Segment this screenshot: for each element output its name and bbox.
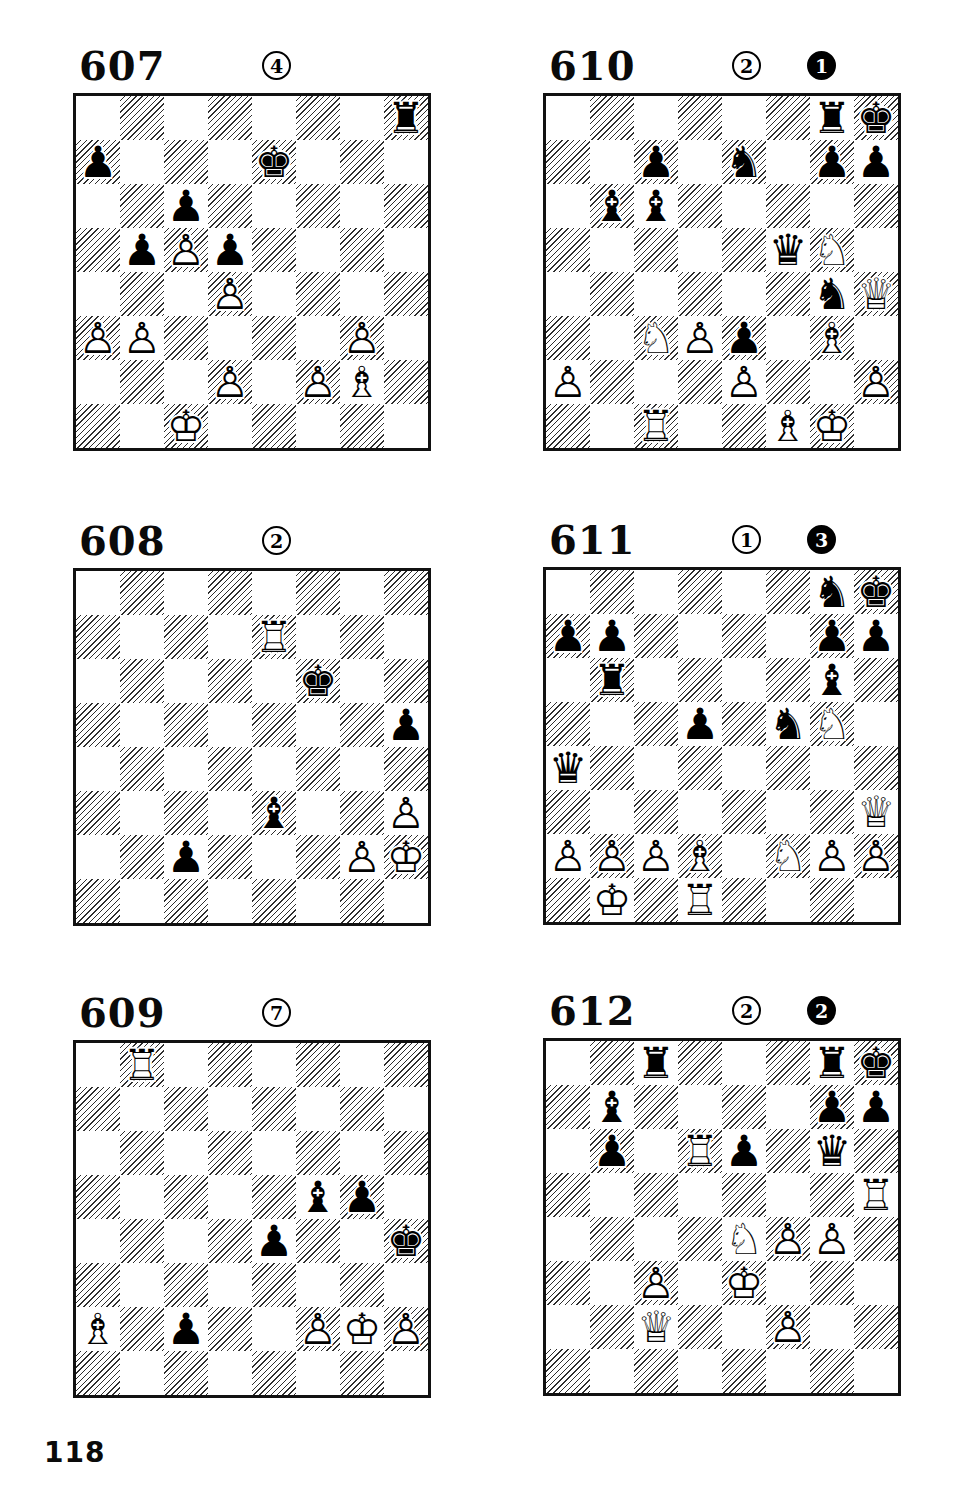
square-f2 [296, 835, 340, 879]
square-g6: ♝♝ [810, 658, 854, 702]
square-a4 [76, 747, 120, 791]
square-c1: ♜♖ [634, 404, 678, 448]
square-f7 [296, 140, 340, 184]
square-e6 [252, 184, 296, 228]
page-number: 118 [44, 1436, 105, 1469]
square-b2 [120, 360, 164, 404]
square-e7: ♜♖ [252, 615, 296, 659]
black-pawn: ♟♟ [76, 139, 120, 184]
square-g2: ♟♙ [340, 835, 384, 879]
puzzle-number: 607 [79, 42, 166, 89]
square-b8 [120, 96, 164, 140]
black-king: ♚♚ [252, 139, 296, 184]
square-b3: ♟♙ [120, 316, 164, 360]
square-c3 [164, 1263, 208, 1307]
black-bishop: ♝♝ [296, 1174, 340, 1219]
square-a1 [546, 404, 590, 448]
square-d2 [678, 360, 722, 404]
square-a4 [546, 272, 590, 316]
square-a1 [76, 404, 120, 448]
square-e4: ♟♟ [252, 1219, 296, 1263]
square-e2 [252, 1307, 296, 1351]
square-a5 [76, 703, 120, 747]
square-e7 [722, 1085, 766, 1129]
square-b3 [120, 791, 164, 835]
square-h7 [384, 615, 428, 659]
square-g2: ♟♙ [810, 834, 854, 878]
square-c3 [164, 791, 208, 835]
black-bishop: ♝♝ [590, 1084, 634, 1129]
square-b7 [120, 140, 164, 184]
square-g5: ♟♟ [340, 1175, 384, 1219]
square-e6 [722, 184, 766, 228]
square-b2 [120, 1307, 164, 1351]
square-b8: ♜♖ [120, 1043, 164, 1087]
square-a5 [76, 1175, 120, 1219]
square-c1: ♚♔ [164, 404, 208, 448]
square-d8 [678, 96, 722, 140]
square-c5: ♟♙ [164, 228, 208, 272]
square-g8 [340, 571, 384, 615]
square-d1 [208, 879, 252, 923]
square-h6 [384, 184, 428, 228]
square-c7 [164, 1087, 208, 1131]
square-a6 [546, 184, 590, 228]
white-pawn: ♟♙ [810, 833, 854, 878]
black-rook: ♜♜ [810, 95, 854, 140]
square-e3 [252, 316, 296, 360]
annotation-circle-outline: 2 [732, 996, 761, 1025]
black-queen: ♛♛ [546, 745, 590, 790]
puzzle-610: 610 21 ♜♜♚♚♟♟♞♞♟♟♟♟♝♝♝♝♛♛♞♘♞♞♛♕♞♘♟♙♟♟♝♗♟… [543, 48, 901, 451]
square-h5: ♜♖ [854, 1173, 898, 1217]
square-d8 [208, 571, 252, 615]
square-h1 [384, 879, 428, 923]
square-h7 [384, 140, 428, 184]
black-pawn: ♟♟ [854, 1084, 898, 1129]
square-d4 [678, 746, 722, 790]
white-knight: ♞♘ [634, 315, 678, 360]
square-f1 [296, 1351, 340, 1395]
square-d6 [208, 659, 252, 703]
square-h8 [384, 571, 428, 615]
square-c2: ♟♟ [164, 835, 208, 879]
square-b8 [120, 571, 164, 615]
square-c3: ♞♘ [634, 316, 678, 360]
annotation-circle-outline: 4 [262, 51, 291, 80]
square-h8: ♜♜ [384, 96, 428, 140]
square-b1 [120, 1351, 164, 1395]
square-c4 [164, 1219, 208, 1263]
square-g7 [340, 140, 384, 184]
square-g3 [340, 791, 384, 835]
square-b3 [590, 790, 634, 834]
square-g5 [810, 1173, 854, 1217]
square-b6: ♝♝ [590, 184, 634, 228]
white-bishop: ♝♗ [340, 359, 384, 404]
black-pawn: ♟♟ [164, 834, 208, 879]
square-b7 [120, 1087, 164, 1131]
square-h5 [854, 702, 898, 746]
square-e7 [252, 1087, 296, 1131]
square-c3 [164, 316, 208, 360]
square-c7 [164, 140, 208, 184]
square-h4 [854, 1217, 898, 1261]
square-e3: ♚♔ [722, 1261, 766, 1305]
puzzle-607-header: 607 4 [73, 48, 431, 93]
square-d7 [678, 614, 722, 658]
square-h6 [854, 184, 898, 228]
annotation-circle-filled: 2 [807, 996, 836, 1025]
square-h7 [384, 1087, 428, 1131]
square-e5 [252, 1175, 296, 1219]
white-king: ♚♔ [722, 1260, 766, 1305]
square-g4 [810, 746, 854, 790]
square-g1 [340, 879, 384, 923]
square-b6 [120, 659, 164, 703]
square-h1 [854, 1349, 898, 1393]
square-e3: ♝♝ [252, 791, 296, 835]
square-h3 [854, 1261, 898, 1305]
square-f5: ♛♛ [766, 228, 810, 272]
square-d8 [678, 1041, 722, 1085]
chess-board-610: ♜♜♚♚♟♟♞♞♟♟♟♟♝♝♝♝♛♛♞♘♞♞♛♕♞♘♟♙♟♟♝♗♟♙♟♙♟♙♜♖… [543, 93, 901, 451]
white-pawn: ♟♙ [854, 359, 898, 404]
black-knight: ♞♞ [766, 701, 810, 746]
square-b3 [590, 1261, 634, 1305]
black-pawn: ♟♟ [854, 139, 898, 184]
square-f6: ♚♚ [296, 659, 340, 703]
square-b2: ♟♙ [590, 834, 634, 878]
square-f6 [296, 184, 340, 228]
square-f6 [296, 1131, 340, 1175]
square-h6 [854, 1129, 898, 1173]
white-pawn: ♟♙ [208, 359, 252, 404]
chess-board-607: ♜♜♟♟♚♚♟♟♟♟♟♙♟♟♟♙♟♙♟♙♟♙♟♙♟♙♝♗♚♔ [73, 93, 431, 451]
square-a6 [76, 1131, 120, 1175]
square-a2 [76, 360, 120, 404]
square-a3 [546, 1261, 590, 1305]
square-d5 [678, 1173, 722, 1217]
square-d7 [208, 140, 252, 184]
black-pawn: ♟♟ [678, 701, 722, 746]
square-a7 [76, 1087, 120, 1131]
square-f3 [766, 316, 810, 360]
square-f8 [766, 1041, 810, 1085]
square-g1 [340, 404, 384, 448]
square-g8 [340, 1043, 384, 1087]
black-queen: ♛♛ [766, 227, 810, 272]
square-d3 [208, 316, 252, 360]
white-pawn: ♟♙ [766, 1216, 810, 1261]
square-g5 [340, 703, 384, 747]
square-d1: ♜♖ [678, 878, 722, 922]
square-a3 [546, 316, 590, 360]
square-h4: ♚♚ [384, 1219, 428, 1263]
puzzle-612-header: 612 22 [543, 993, 901, 1038]
square-a2 [76, 835, 120, 879]
square-h1 [854, 404, 898, 448]
square-g6: ♛♛ [810, 1129, 854, 1173]
square-d3 [208, 791, 252, 835]
square-g7: ♟♟ [810, 1085, 854, 1129]
square-g3 [810, 790, 854, 834]
square-h8: ♚♚ [854, 1041, 898, 1085]
square-a6 [76, 184, 120, 228]
black-queen: ♛♛ [810, 1128, 854, 1173]
square-f3 [766, 790, 810, 834]
chess-board-612: ♜♜♜♜♚♚♝♝♟♟♟♟♟♟♜♖♟♟♛♛♜♖♞♘♟♙♟♙♟♙♚♔♛♕♟♙ [543, 1038, 901, 1396]
puzzle-612: 612 22 ♜♜♜♜♚♚♝♝♟♟♟♟♟♟♜♖♟♟♛♛♜♖♞♘♟♙♟♙♟♙♚♔♛… [543, 993, 901, 1396]
square-d4 [678, 272, 722, 316]
square-f6 [766, 1129, 810, 1173]
square-c5 [634, 1173, 678, 1217]
puzzle-611: 611 13 ♞♞♚♚♟♟♟♟♟♟♟♟♜♜♝♝♟♟♞♞♞♘♛♛♛♕♟♙♟♙♟♙♝… [543, 522, 901, 925]
square-h4 [854, 746, 898, 790]
square-f4 [766, 272, 810, 316]
square-g4: ♟♙ [810, 1217, 854, 1261]
square-g5 [340, 228, 384, 272]
black-rook: ♜♜ [384, 95, 428, 140]
square-f7 [766, 1085, 810, 1129]
square-f3 [296, 316, 340, 360]
square-f1 [296, 404, 340, 448]
square-d5 [208, 1175, 252, 1219]
black-king: ♚♚ [854, 1040, 898, 1085]
square-c1 [164, 1351, 208, 1395]
chess-board-608: ♜♖♚♚♟♟♝♝♟♙♟♟♟♙♚♔ [73, 568, 431, 926]
square-e1 [722, 404, 766, 448]
square-f5 [296, 703, 340, 747]
square-h8 [384, 1043, 428, 1087]
square-a7: ♟♟ [76, 140, 120, 184]
square-c8 [634, 96, 678, 140]
white-knight: ♞♘ [766, 833, 810, 878]
square-d6 [208, 184, 252, 228]
white-pawn: ♟♙ [340, 834, 384, 879]
square-f7 [296, 615, 340, 659]
square-a3 [76, 791, 120, 835]
square-e7 [722, 614, 766, 658]
white-king: ♚♔ [164, 403, 208, 448]
white-bishop: ♝♗ [678, 833, 722, 878]
square-c2: ♛♕ [634, 1305, 678, 1349]
square-c4 [634, 746, 678, 790]
square-g2 [810, 1305, 854, 1349]
square-d3 [208, 1263, 252, 1307]
square-c2 [634, 360, 678, 404]
square-a7 [546, 140, 590, 184]
square-f3 [766, 1261, 810, 1305]
square-g7: ♟♟ [810, 614, 854, 658]
square-h2: ♚♔ [384, 835, 428, 879]
white-bishop: ♝♗ [810, 315, 854, 360]
white-knight: ♞♘ [810, 701, 854, 746]
square-d3: ♟♙ [678, 316, 722, 360]
white-pawn: ♟♙ [120, 315, 164, 360]
square-g8: ♜♜ [810, 1041, 854, 1085]
square-a8 [76, 1043, 120, 1087]
square-g5: ♞♘ [810, 228, 854, 272]
square-a6 [76, 659, 120, 703]
black-knight: ♞♞ [810, 569, 854, 614]
square-b6: ♟♟ [590, 1129, 634, 1173]
annotation-circle-filled: 1 [807, 51, 836, 80]
square-f4 [296, 747, 340, 791]
square-a6 [546, 658, 590, 702]
square-e1 [722, 1349, 766, 1393]
square-h2: ♟♙ [854, 360, 898, 404]
square-g4 [340, 272, 384, 316]
square-f5: ♝♝ [296, 1175, 340, 1219]
white-king: ♚♔ [590, 877, 634, 922]
square-c1 [634, 1349, 678, 1393]
square-f2: ♞♘ [766, 834, 810, 878]
white-rook: ♜♖ [634, 403, 678, 448]
square-a8 [546, 570, 590, 614]
square-b3 [120, 1263, 164, 1307]
black-pawn: ♟♟ [120, 227, 164, 272]
white-knight: ♞♘ [810, 227, 854, 272]
black-pawn: ♟♟ [590, 1128, 634, 1173]
square-d4: ♟♙ [208, 272, 252, 316]
square-a4 [546, 1217, 590, 1261]
square-a4 [76, 1219, 120, 1263]
square-d2: ♝♗ [678, 834, 722, 878]
square-b4 [120, 272, 164, 316]
square-b2 [120, 835, 164, 879]
square-d1 [678, 1349, 722, 1393]
square-b2 [590, 360, 634, 404]
white-rook: ♜♖ [678, 877, 722, 922]
square-a8 [546, 1041, 590, 1085]
square-b6 [120, 1131, 164, 1175]
square-e5 [722, 702, 766, 746]
square-f5 [296, 228, 340, 272]
square-h1 [384, 1351, 428, 1395]
square-g4: ♞♞ [810, 272, 854, 316]
square-b4 [590, 272, 634, 316]
square-b4 [120, 747, 164, 791]
square-d1 [208, 404, 252, 448]
square-c5 [634, 228, 678, 272]
black-king: ♚♚ [296, 658, 340, 703]
square-f2: ♟♙ [766, 1305, 810, 1349]
black-pawn: ♟♟ [252, 1218, 296, 1263]
square-d8 [678, 570, 722, 614]
square-e2 [252, 835, 296, 879]
square-a4: ♛♛ [546, 746, 590, 790]
puzzle-number: 608 [79, 517, 166, 564]
square-h3 [384, 316, 428, 360]
square-c1 [634, 878, 678, 922]
square-f6 [766, 658, 810, 702]
square-c2: ♟♟ [164, 1307, 208, 1351]
black-king: ♚♚ [384, 1218, 428, 1263]
square-d2 [678, 1305, 722, 1349]
square-f3 [296, 1263, 340, 1307]
puzzle-number: 609 [79, 989, 166, 1036]
square-d4 [208, 747, 252, 791]
square-a2: ♟♙ [546, 834, 590, 878]
square-f1 [296, 879, 340, 923]
square-b5: ♟♟ [120, 228, 164, 272]
square-f7 [766, 614, 810, 658]
square-e6 [252, 659, 296, 703]
square-d2: ♟♙ [208, 360, 252, 404]
chess-board-611: ♞♞♚♚♟♟♟♟♟♟♟♟♜♜♝♝♟♟♞♞♞♘♛♛♛♕♟♙♟♙♟♙♝♗♞♘♟♙♟♙… [543, 567, 901, 925]
square-c8: ♜♜ [634, 1041, 678, 1085]
square-h6 [384, 1131, 428, 1175]
square-h2: ♟♙ [384, 1307, 428, 1351]
white-pawn: ♟♙ [766, 1304, 810, 1349]
black-knight: ♞♞ [810, 271, 854, 316]
white-pawn: ♟♙ [678, 315, 722, 360]
square-a3: ♟♙ [76, 316, 120, 360]
square-b8 [590, 96, 634, 140]
square-e2 [252, 360, 296, 404]
square-b7 [590, 140, 634, 184]
square-c6 [164, 659, 208, 703]
square-e1 [252, 404, 296, 448]
white-queen: ♛♕ [854, 789, 898, 834]
puzzle-608: 608 2 ♜♖♚♚♟♟♝♝♟♙♟♟♟♙♚♔ [73, 523, 431, 926]
white-rook: ♜♖ [252, 614, 296, 659]
square-c6: ♝♝ [634, 184, 678, 228]
square-d6 [678, 184, 722, 228]
square-g3: ♝♗ [810, 316, 854, 360]
square-a1 [76, 879, 120, 923]
square-f4: ♟♙ [766, 1217, 810, 1261]
black-pawn: ♟♟ [208, 227, 252, 272]
square-g5: ♞♘ [810, 702, 854, 746]
square-c8 [164, 1043, 208, 1087]
square-h2: ♟♙ [854, 834, 898, 878]
square-h1 [384, 404, 428, 448]
square-a5 [546, 1173, 590, 1217]
square-c8 [634, 570, 678, 614]
square-a1 [546, 1349, 590, 1393]
annotation-circle-outline: 1 [732, 525, 761, 554]
square-e6 [252, 1131, 296, 1175]
square-d1 [208, 1351, 252, 1395]
square-g1 [340, 1351, 384, 1395]
square-g2 [810, 360, 854, 404]
puzzle-609: 609 7 ♜♖♝♝♟♟♟♟♚♚♝♗♟♟♟♙♚♔♟♙ [73, 995, 431, 1398]
square-h3: ♟♙ [384, 791, 428, 835]
square-d8 [208, 96, 252, 140]
square-h7: ♟♟ [854, 614, 898, 658]
square-f7 [766, 140, 810, 184]
black-pawn: ♟♟ [854, 613, 898, 658]
square-d7 [208, 1087, 252, 1131]
square-c3 [634, 790, 678, 834]
square-f8 [296, 571, 340, 615]
square-a7 [76, 615, 120, 659]
square-h2 [854, 1305, 898, 1349]
square-b5 [590, 1173, 634, 1217]
white-king: ♚♔ [810, 403, 854, 448]
square-e8 [252, 571, 296, 615]
square-a2: ♟♙ [546, 360, 590, 404]
square-a5 [76, 228, 120, 272]
square-d6 [208, 1131, 252, 1175]
chess-board-609: ♜♖♝♝♟♟♟♟♚♚♝♗♟♟♟♙♚♔♟♙ [73, 1040, 431, 1398]
white-pawn: ♟♙ [546, 833, 590, 878]
square-e4: ♞♘ [722, 1217, 766, 1261]
black-bishop: ♝♝ [252, 790, 296, 835]
square-f8 [766, 570, 810, 614]
